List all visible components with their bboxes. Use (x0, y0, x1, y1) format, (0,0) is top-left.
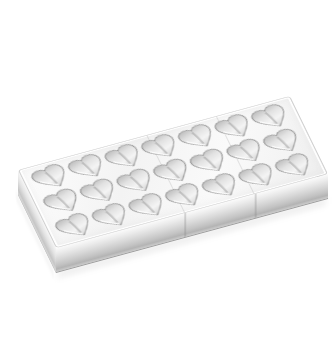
mold-seam-line (184, 213, 186, 238)
mold-seam-line (255, 193, 257, 218)
product-photo-stage (0, 0, 334, 351)
